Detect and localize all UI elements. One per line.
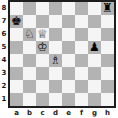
square-f7[interactable] xyxy=(75,15,88,28)
square-d5[interactable] xyxy=(49,41,62,54)
square-h3[interactable] xyxy=(101,67,114,80)
square-h2[interactable] xyxy=(101,80,114,93)
square-f8[interactable] xyxy=(75,2,88,15)
square-c4[interactable] xyxy=(36,54,49,67)
square-d4[interactable]: ♗ xyxy=(49,54,62,67)
square-h8[interactable]: ♜ xyxy=(101,2,114,15)
square-e6[interactable] xyxy=(62,28,75,41)
square-a3[interactable] xyxy=(10,67,23,80)
square-h1[interactable] xyxy=(101,93,114,106)
square-e4[interactable] xyxy=(62,54,75,67)
square-c2[interactable] xyxy=(36,80,49,93)
square-a1[interactable] xyxy=(10,93,23,106)
square-f2[interactable] xyxy=(75,80,88,93)
rank-label-5: 5 xyxy=(0,41,8,54)
rank-label-4: 4 xyxy=(0,54,8,67)
file-labels: abcdefgh xyxy=(10,109,114,117)
file-label-h: h xyxy=(101,109,114,117)
rank-label-7: 7 xyxy=(0,15,8,28)
square-h4[interactable] xyxy=(101,54,114,67)
file-label-c: c xyxy=(36,109,49,117)
square-b8[interactable] xyxy=(23,2,36,15)
square-c5[interactable]: ♔ xyxy=(36,41,49,54)
square-d7[interactable] xyxy=(49,15,62,28)
square-g4[interactable] xyxy=(88,54,101,67)
square-a4[interactable] xyxy=(10,54,23,67)
black-rook-h8: ♜ xyxy=(102,2,113,15)
rank-label-1: 1 xyxy=(0,93,8,106)
square-a7[interactable]: ♚ xyxy=(10,15,23,28)
square-g5[interactable]: ♟ xyxy=(88,41,101,54)
square-h7[interactable] xyxy=(101,15,114,28)
square-h5[interactable] xyxy=(101,41,114,54)
square-d3[interactable] xyxy=(49,67,62,80)
white-king-c5: ♔ xyxy=(37,41,48,54)
square-c3[interactable] xyxy=(36,67,49,80)
black-pawn-g5: ♟ xyxy=(89,41,100,54)
square-g2[interactable] xyxy=(88,80,101,93)
square-g6[interactable] xyxy=(88,28,101,41)
square-a2[interactable] xyxy=(10,80,23,93)
square-f5[interactable] xyxy=(75,41,88,54)
file-label-f: f xyxy=(75,109,88,117)
square-f4[interactable] xyxy=(75,54,88,67)
rank-label-2: 2 xyxy=(0,80,8,93)
rank-label-3: 3 xyxy=(0,67,8,80)
rank-labels: 87654321 xyxy=(0,2,8,106)
file-label-a: a xyxy=(10,109,23,117)
white-knight-b6: ♘ xyxy=(24,28,35,41)
square-c7[interactable] xyxy=(36,15,49,28)
square-a6[interactable] xyxy=(10,28,23,41)
square-g8[interactable] xyxy=(88,2,101,15)
square-g1[interactable] xyxy=(88,93,101,106)
rank-label-6: 6 xyxy=(0,28,8,41)
chess-diagram: 87654321 ♜♚♘♕♔♟♗ abcdefgh xyxy=(0,0,118,118)
square-g3[interactable] xyxy=(88,67,101,80)
square-e5[interactable] xyxy=(62,41,75,54)
black-king-a7: ♚ xyxy=(11,15,22,28)
square-f3[interactable] xyxy=(75,67,88,80)
square-f1[interactable] xyxy=(75,93,88,106)
square-b4[interactable] xyxy=(23,54,36,67)
file-label-b: b xyxy=(23,109,36,117)
rank-label-8: 8 xyxy=(0,2,8,15)
file-label-g: g xyxy=(88,109,101,117)
square-a5[interactable] xyxy=(10,41,23,54)
square-e1[interactable] xyxy=(62,93,75,106)
square-g7[interactable] xyxy=(88,15,101,28)
square-c6[interactable]: ♕ xyxy=(36,28,49,41)
square-h6[interactable] xyxy=(101,28,114,41)
square-b5[interactable] xyxy=(23,41,36,54)
square-e7[interactable] xyxy=(62,15,75,28)
file-label-e: e xyxy=(62,109,75,117)
square-b3[interactable] xyxy=(23,67,36,80)
square-d8[interactable] xyxy=(49,2,62,15)
white-queen-c6: ♕ xyxy=(37,28,48,41)
square-d6[interactable] xyxy=(49,28,62,41)
square-c8[interactable] xyxy=(36,2,49,15)
square-e2[interactable] xyxy=(62,80,75,93)
square-c1[interactable] xyxy=(36,93,49,106)
square-f6[interactable] xyxy=(75,28,88,41)
square-b6[interactable]: ♘ xyxy=(23,28,36,41)
square-b1[interactable] xyxy=(23,93,36,106)
chess-board: ♜♚♘♕♔♟♗ xyxy=(8,0,116,108)
white-bishop-d4: ♗ xyxy=(50,54,61,67)
square-e3[interactable] xyxy=(62,67,75,80)
square-d1[interactable] xyxy=(49,93,62,106)
square-b2[interactable] xyxy=(23,80,36,93)
square-b7[interactable] xyxy=(23,15,36,28)
square-a8[interactable] xyxy=(10,2,23,15)
square-d2[interactable] xyxy=(49,80,62,93)
square-e8[interactable] xyxy=(62,2,75,15)
file-label-d: d xyxy=(49,109,62,117)
